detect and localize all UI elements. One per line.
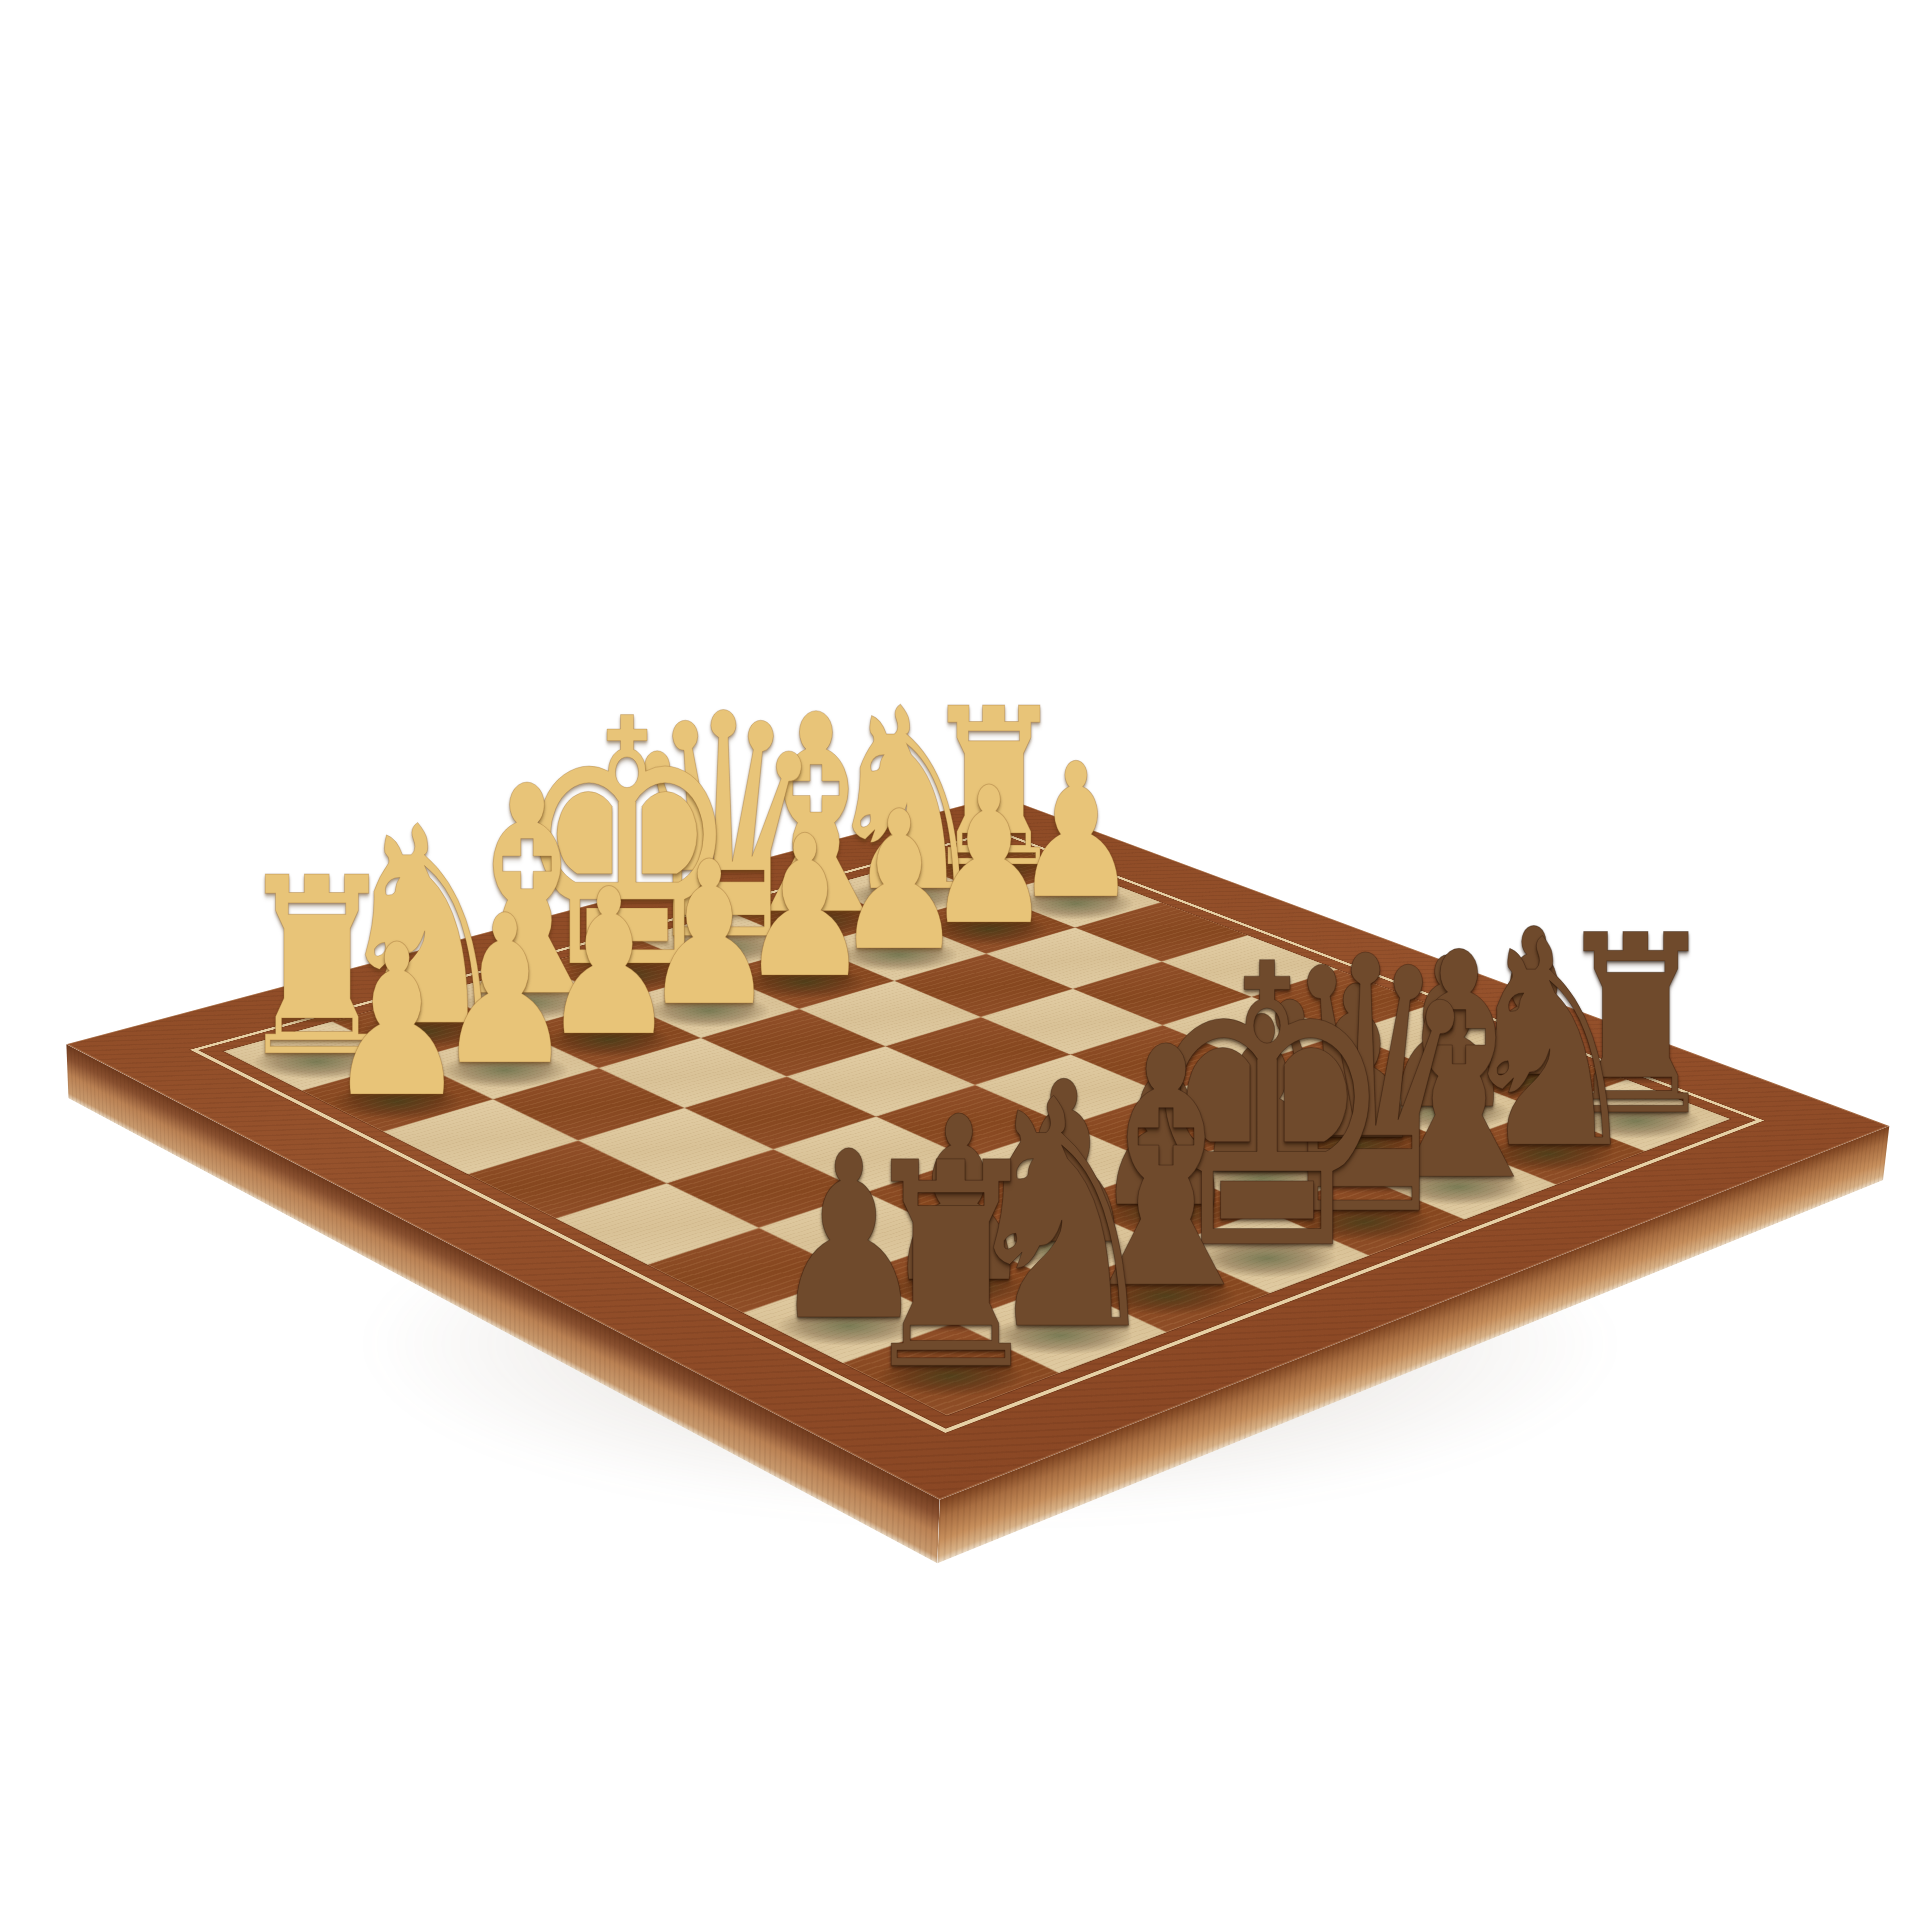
square-d6[interactable] [1068, 1093, 1260, 1167]
square-b8[interactable] [1452, 1110, 1645, 1184]
square-h3[interactable] [383, 1099, 578, 1174]
square-g6[interactable] [759, 1192, 962, 1274]
square-g4[interactable] [578, 1108, 773, 1183]
square-f5[interactable] [773, 1117, 968, 1193]
square-g3[interactable] [493, 1068, 684, 1140]
square-f6[interactable] [866, 1158, 1065, 1237]
square-e7[interactable] [1065, 1167, 1265, 1246]
square-f8[interactable] [1062, 1246, 1270, 1332]
square-h4[interactable] [468, 1140, 667, 1218]
square-g5[interactable] [667, 1149, 866, 1228]
square-f7[interactable] [962, 1201, 1165, 1283]
square-h7[interactable] [743, 1274, 955, 1363]
square-d8[interactable] [1265, 1176, 1465, 1256]
square-e6[interactable] [969, 1125, 1165, 1201]
square-g7[interactable] [855, 1237, 1062, 1323]
square-h6[interactable] [648, 1228, 855, 1313]
square-e5[interactable] [876, 1085, 1068, 1158]
square-c8[interactable] [1360, 1143, 1556, 1220]
square-e8[interactable] [1166, 1210, 1370, 1293]
square-d7[interactable] [1164, 1134, 1360, 1211]
square-h5[interactable] [556, 1183, 759, 1264]
product-photo-canvas: ♜♞♟♝♟♛♟♚♟♝♟♞♟♜♟♟♟♟♜♟♞♟♝♟♛♟♚♟♝♟♞♜ [0, 0, 1920, 1920]
square-f4[interactable] [684, 1077, 876, 1150]
square-c7[interactable] [1260, 1102, 1452, 1176]
square-g8[interactable] [955, 1284, 1167, 1373]
square-h2[interactable] [302, 1060, 493, 1132]
square-h8[interactable] [843, 1323, 1059, 1416]
